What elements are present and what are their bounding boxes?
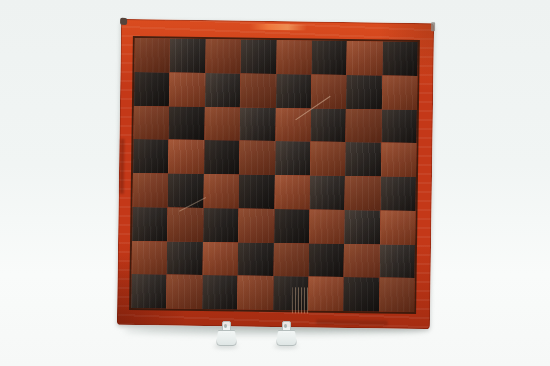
- board-square: [133, 106, 169, 140]
- board-square: [309, 175, 345, 209]
- board-square: [203, 174, 239, 208]
- board-square: [241, 40, 277, 74]
- scratch-mark: [292, 287, 308, 313]
- board-square: [346, 108, 382, 142]
- board-square: [202, 275, 238, 309]
- board-square: [344, 243, 380, 277]
- board-square: [240, 73, 276, 107]
- board-square: [275, 74, 311, 108]
- board-square: [205, 39, 241, 73]
- corner-chip: [120, 18, 127, 25]
- board-square: [204, 107, 240, 141]
- board-square: [202, 241, 238, 275]
- board-square: [308, 243, 344, 277]
- paint-wear-mark: [249, 24, 307, 31]
- board-square: [274, 175, 310, 209]
- board-square: [169, 72, 205, 106]
- board-square: [382, 75, 418, 109]
- corner-chip: [431, 22, 435, 31]
- board-square: [168, 140, 204, 174]
- board-square: [381, 109, 417, 143]
- board-square: [170, 39, 206, 73]
- board-square: [238, 242, 274, 276]
- board-square: [311, 40, 347, 74]
- paint-wear-mark: [316, 320, 388, 326]
- board-square: [345, 142, 381, 176]
- board-square: [346, 75, 382, 109]
- display-stand-left: [216, 321, 235, 346]
- board-square: [168, 174, 204, 208]
- board-square: [276, 40, 312, 74]
- board-square: [133, 173, 169, 207]
- board-square: [382, 41, 418, 75]
- board-square: [167, 241, 203, 275]
- board-square: [380, 210, 416, 244]
- board-square: [134, 38, 170, 72]
- board-square: [134, 72, 170, 106]
- paint-wear-mark: [120, 139, 125, 194]
- auction-photo: [0, 0, 550, 366]
- stand-base: [216, 330, 237, 346]
- board-square: [167, 207, 203, 241]
- board-square: [203, 208, 239, 242]
- board-square: [131, 274, 167, 308]
- board-square: [344, 210, 380, 244]
- board-square: [237, 276, 273, 310]
- board-square: [379, 244, 415, 278]
- board-square: [343, 277, 379, 311]
- board-square: [347, 41, 383, 75]
- board-square: [379, 278, 415, 312]
- board-square: [239, 174, 275, 208]
- board-square: [381, 143, 417, 177]
- board-square: [132, 207, 168, 241]
- board-square: [380, 176, 416, 210]
- board-square: [132, 241, 168, 275]
- board-square: [204, 140, 240, 174]
- board-square: [169, 106, 205, 140]
- board-square: [311, 74, 347, 108]
- checkers-board: [117, 19, 434, 329]
- board-square: [308, 277, 344, 311]
- board-square: [133, 139, 169, 173]
- stand-base: [276, 330, 297, 346]
- board-square: [310, 108, 346, 142]
- board-square: [310, 142, 346, 176]
- board-square: [239, 141, 275, 175]
- board-square: [309, 209, 345, 243]
- board-square: [274, 141, 310, 175]
- board-field: [129, 36, 420, 314]
- board-square: [238, 208, 274, 242]
- board-square: [240, 107, 276, 141]
- board-square: [345, 176, 381, 210]
- board-square: [273, 242, 309, 276]
- board-square: [205, 73, 241, 107]
- board-square: [274, 209, 310, 243]
- display-stand-right: [276, 321, 295, 346]
- board-square: [166, 275, 202, 309]
